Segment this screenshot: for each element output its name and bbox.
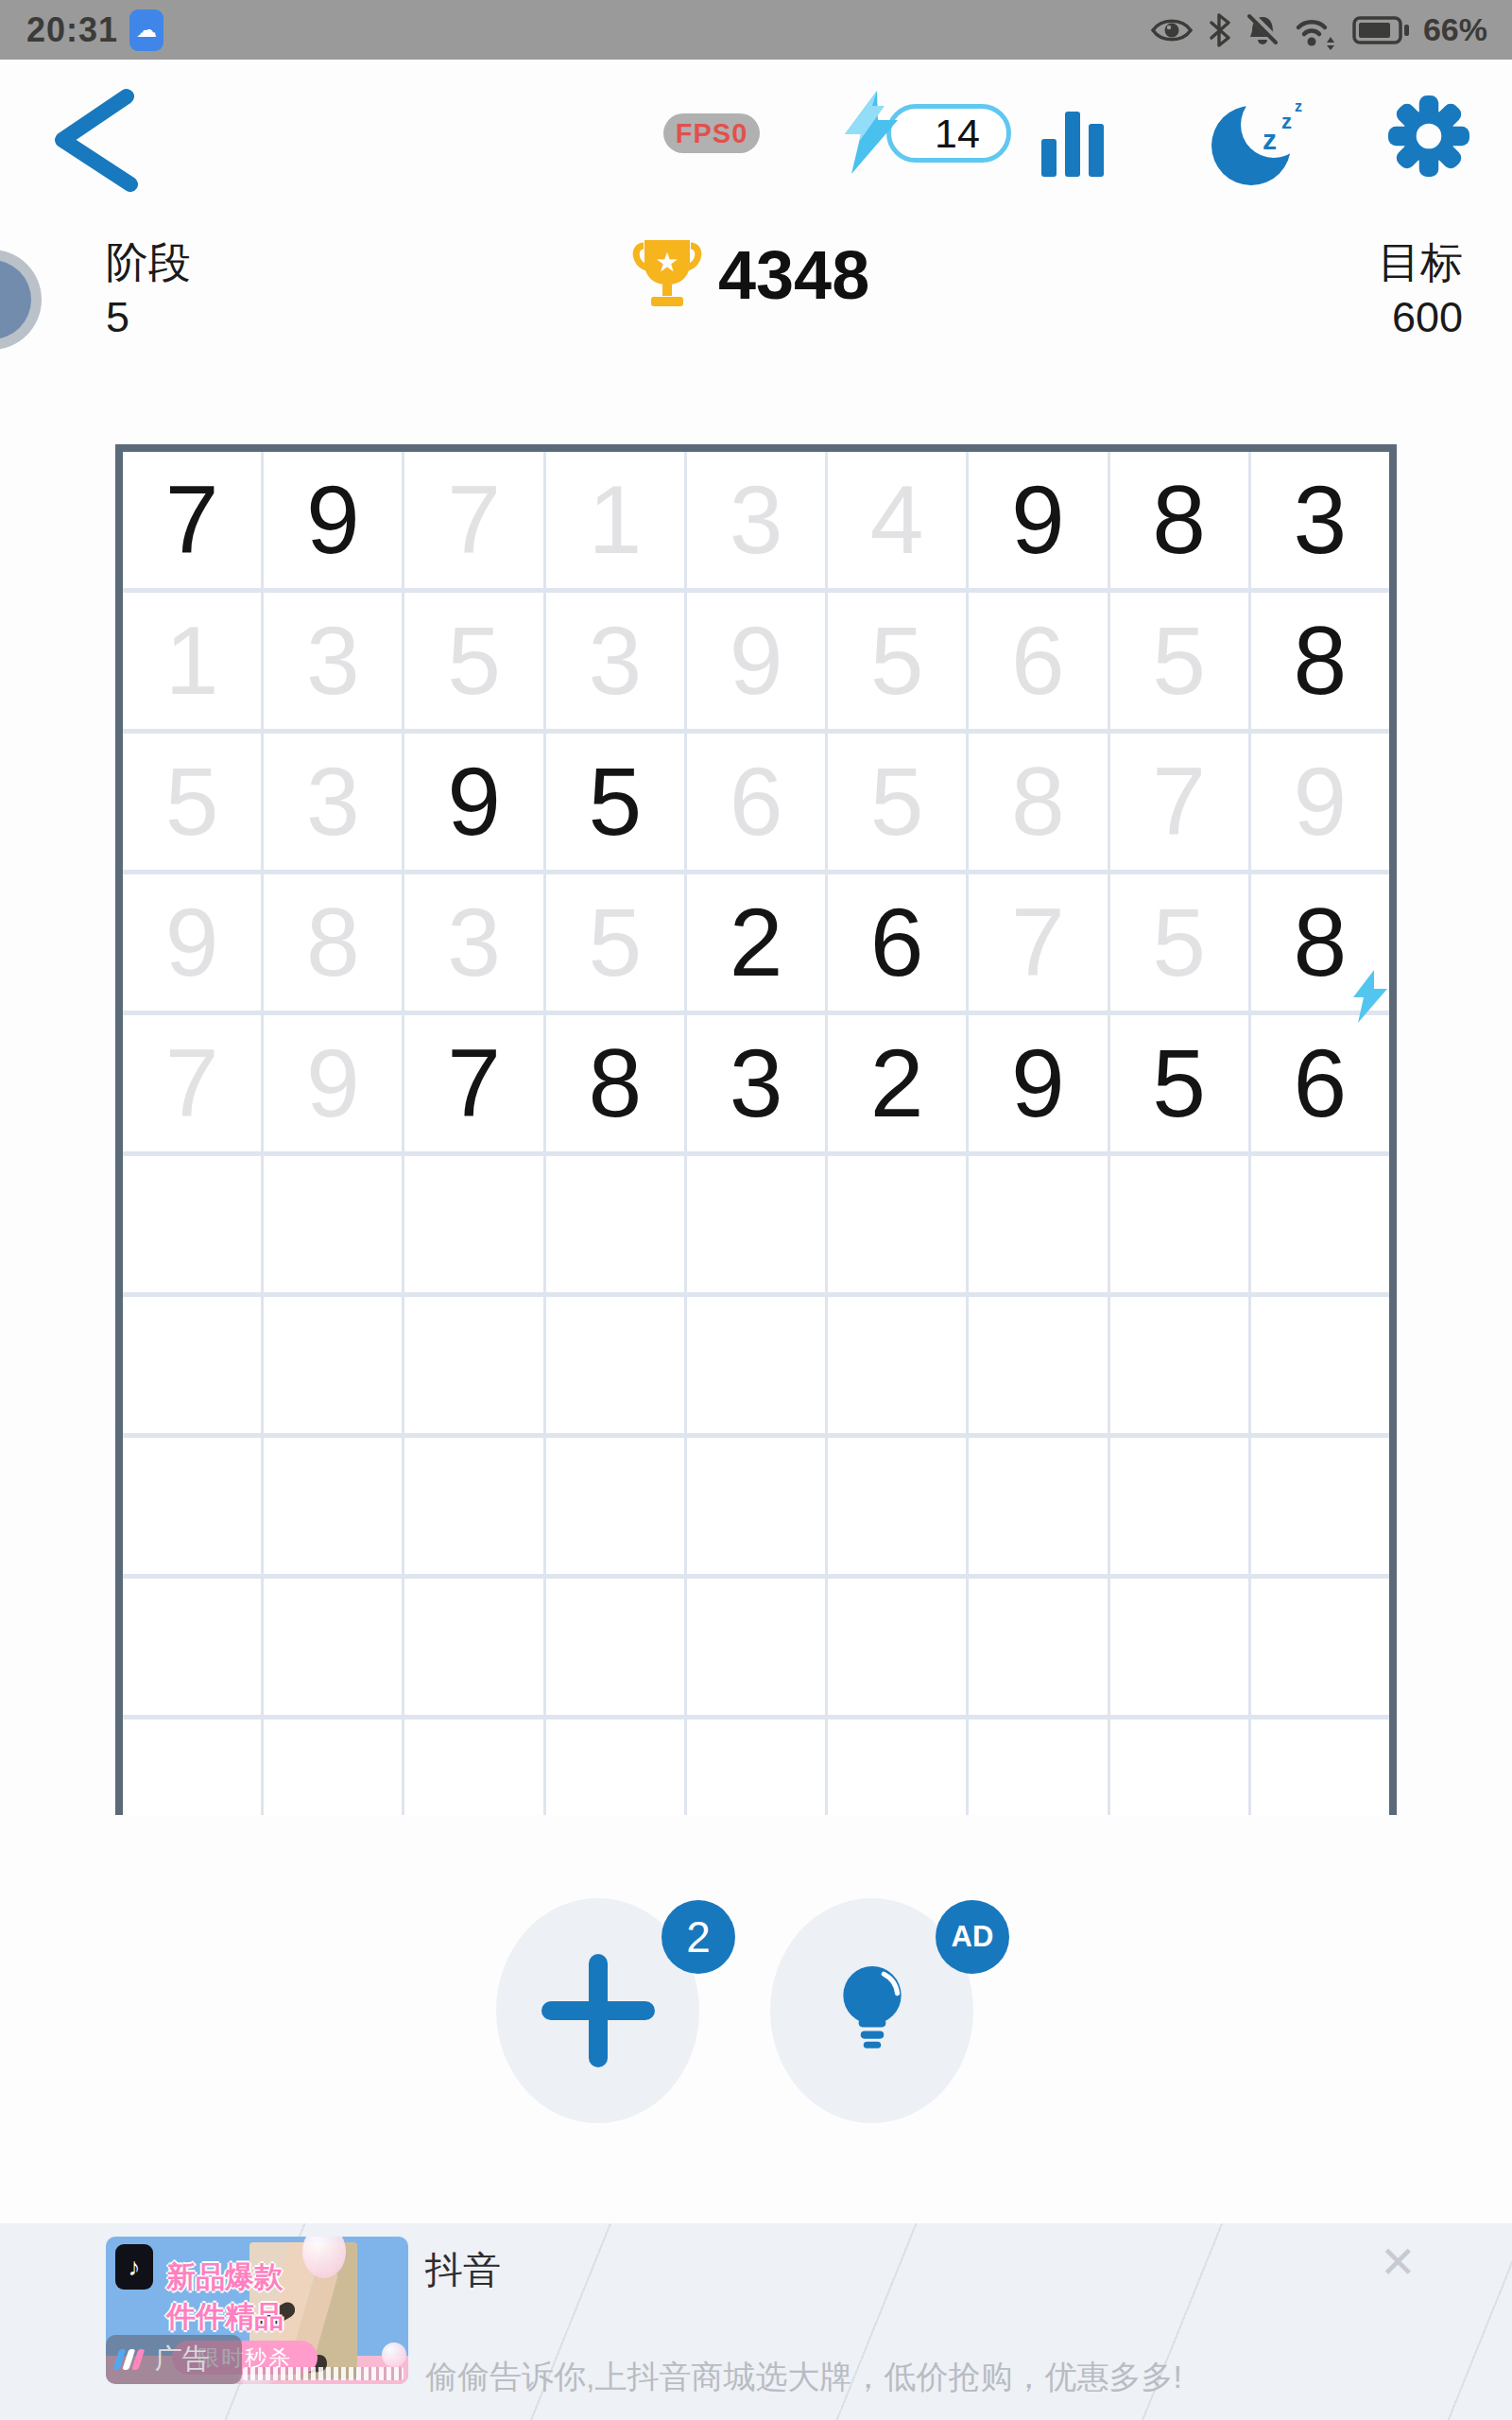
board-lightning-icon [1351,970,1389,1025]
grid-cell-r7c4 [546,1297,684,1433]
grid-cell-r6c8 [1110,1156,1248,1292]
wifi-icon [1293,10,1340,50]
game-screen: 20:31 ☁ [0,0,1512,2420]
grid-cell-r2c8[interactable]: 5 [1110,593,1248,729]
hint-ad-badge: AD [936,1900,1009,1974]
grid-cell-r3c7[interactable]: 8 [969,734,1107,870]
grid-cell-r4c2[interactable]: 8 [264,874,402,1011]
bluetooth-icon [1206,13,1232,47]
grid-cell-r5c4[interactable]: 8 [546,1015,684,1151]
ad-description: 偷偷告诉你,上抖音商城选大牌，低价抢购，优惠多多! [425,2356,1182,2399]
grid-cell-r3c1[interactable]: 5 [123,734,261,870]
grid-cell-r2c4[interactable]: 3 [546,593,684,729]
grid-cell-r8c5 [687,1438,825,1574]
grid-cell-r6c3 [404,1156,542,1292]
board: 7971349831353956585395658799835267587978… [115,444,1397,1815]
grid-cell-r7c8 [1110,1297,1248,1433]
plus-icon [537,1949,660,2072]
grid-cell-r8c8 [1110,1438,1248,1574]
grid-cell-r6c2 [264,1156,402,1292]
grid-cell-r2c1[interactable]: 1 [123,593,261,729]
grid-cell-r7c1 [123,1297,261,1433]
grid-cell-r10c1 [123,1720,261,1815]
target-label: 目标 [1378,234,1463,291]
grid-cell-r5c3[interactable]: 7 [404,1015,542,1151]
grid-cell-r1c2[interactable]: 9 [264,452,402,588]
stats-bar-chart-button[interactable] [1039,104,1106,178]
grid-cell-r2c2[interactable]: 3 [264,593,402,729]
energy-counter[interactable]: 14 [841,91,1044,181]
stage-value: 5 [106,293,129,342]
grid-cell-r1c5[interactable]: 3 [687,452,825,588]
grid-cell-r2c6[interactable]: 5 [828,593,966,729]
energy-count: 14 [935,111,980,157]
grid-cell-r1c4[interactable]: 1 [546,452,684,588]
grid-cell-r3c9[interactable]: 9 [1251,734,1389,870]
ad-creative-line2: 件件精品 [166,2297,283,2337]
grid-cell-r2c9[interactable]: 8 [1251,593,1389,729]
ad-brand-title: 抖音 [425,2244,501,2296]
settings-gear-button[interactable] [1387,95,1470,178]
grid-cell-r8c2 [264,1438,402,1574]
grid-cell-r8c1 [123,1438,261,1574]
grid-cell-r9c1 [123,1579,261,1715]
grid-cell-r3c5[interactable]: 6 [687,734,825,870]
grid-cell-r10c6 [828,1720,966,1815]
grid-cell-r8c4 [546,1438,684,1574]
status-right: 66% [1150,0,1487,60]
grid-cell-r6c6 [828,1156,966,1292]
eye-comfort-icon [1150,15,1194,45]
clock: 20:31 [26,10,118,50]
energy-pill: 14 [886,104,1011,163]
ad-banner[interactable]: ♪ 新品爆款 件件精品 限时秒杀 广告 抖音 偷偷告诉你,上抖音商城选大牌，低价… [0,2223,1512,2420]
grid-cell-r7c6 [828,1297,966,1433]
grid-cell-r5c6[interactable]: 2 [828,1015,966,1151]
grid-cell-r4c1[interactable]: 9 [123,874,261,1011]
grid-cell-r4c8[interactable]: 5 [1110,874,1248,1011]
svg-text:z: z [1281,110,1292,133]
grid-cell-r4c6[interactable]: 6 [828,874,966,1011]
add-tiles-count-badge: 2 [661,1900,735,1974]
grid-cell-r9c9 [1251,1579,1389,1715]
svg-text:z: z [1263,124,1277,155]
grid-cell-r8c7 [969,1438,1107,1574]
grid-cell-r3c8[interactable]: 7 [1110,734,1248,870]
grid-cell-r9c5 [687,1579,825,1715]
battery-percent: 66% [1423,11,1487,48]
grid-cell-r4c3[interactable]: 3 [404,874,542,1011]
grid-cell-r10c7 [969,1720,1107,1815]
svg-text:z: z [1295,98,1302,114]
grid-cell-r3c2[interactable]: 3 [264,734,402,870]
stage-label: 阶段 [106,234,191,291]
back-button[interactable] [47,87,138,193]
ad-tag: 广告 [106,2335,242,2384]
floating-bubble-inner [0,260,31,339]
grid-cell-r10c2 [264,1720,402,1815]
grid-cell-r3c6[interactable]: 5 [828,734,966,870]
grid-cell-r1c6[interactable]: 4 [828,452,966,588]
grid-cell-r9c8 [1110,1579,1248,1715]
grid-cell-r6c4 [546,1156,684,1292]
grid-cell-r7c2 [264,1297,402,1433]
grid-cell-r7c5 [687,1297,825,1433]
grid-cell-r9c7 [969,1579,1107,1715]
grid-cell-r1c7[interactable]: 9 [969,452,1107,588]
floating-assistive-bubble[interactable]: 22 [0,250,42,350]
grid-cell-r10c8 [1110,1720,1248,1815]
status-left: 20:31 ☁ [26,0,163,60]
grid-cell-r9c6 [828,1579,966,1715]
ad-bubble-decoration [382,2342,406,2367]
grid-cell-r7c7 [969,1297,1107,1433]
grid-cell-r9c4 [546,1579,684,1715]
grid-cell-r5c9[interactable]: 6 [1251,1015,1389,1151]
ad-creative-line1: 新品爆款 [166,2257,283,2297]
grid-cell-r8c3 [404,1438,542,1574]
grid-cell-r3c4[interactable]: 5 [546,734,684,870]
grid-cell-r4c5[interactable]: 2 [687,874,825,1011]
score-value: 4348 [718,236,869,314]
status-bar: 20:31 ☁ [0,0,1512,60]
grid-cell-r6c5 [687,1156,825,1292]
sleep-mode-button[interactable]: z z z [1210,89,1315,189]
ad-fineprint [243,2367,404,2380]
lightbulb-icon [829,1962,916,2060]
cloud-notification-icon: ☁ [129,9,163,51]
grid-cell-r10c5 [687,1720,825,1815]
grid-cell-r2c7[interactable]: 6 [969,593,1107,729]
ad-close-icon[interactable]: ✕ [1380,2237,1417,2288]
grid-cell-r8c6 [828,1438,966,1574]
trophy-icon: ★ [631,234,705,312]
number-grid: 7971349831353956585395658799835267587978… [123,452,1389,1815]
grid-cell-r8c9 [1251,1438,1389,1574]
grid-cell-r6c7 [969,1156,1107,1292]
grid-cell-r2c5[interactable]: 9 [687,593,825,729]
grid-cell-r5c7[interactable]: 9 [969,1015,1107,1151]
grid-cell-r7c3 [404,1297,542,1433]
grid-cell-r9c3 [404,1579,542,1715]
ad-tag-label: 广告 [155,2341,210,2378]
tiktok-logo-icon: ♪ [115,2244,153,2290]
grid-cell-r1c8[interactable]: 8 [1110,452,1248,588]
battery-icon [1352,14,1411,46]
ad-thumbnail[interactable]: ♪ 新品爆款 件件精品 限时秒杀 广告 [106,2237,408,2384]
grid-cell-r10c9 [1251,1720,1389,1815]
grid-cell-r5c8[interactable]: 5 [1110,1015,1248,1151]
bell-muted-icon [1245,12,1280,48]
grid-cell-r1c1[interactable]: 7 [123,452,261,588]
grid-cell-r7c9 [1251,1297,1389,1433]
fps-badge: FPS0 [663,113,760,153]
svg-text:★: ★ [655,248,679,277]
grid-cell-r4c4[interactable]: 5 [546,874,684,1011]
ad-network-logo-icon [113,2344,147,2375]
grid-cell-r1c9[interactable]: 3 [1251,452,1389,588]
grid-cell-r1c3[interactable]: 7 [404,452,542,588]
grid-cell-r10c4 [546,1720,684,1815]
grid-cell-r9c2 [264,1579,402,1715]
grid-cell-r2c3[interactable]: 5 [404,593,542,729]
target-value: 600 [1392,293,1463,342]
grid-cell-r5c5[interactable]: 3 [687,1015,825,1151]
grid-cell-r5c1[interactable]: 7 [123,1015,261,1151]
grid-cell-r10c3 [404,1720,542,1815]
grid-cell-r3c3[interactable]: 9 [404,734,542,870]
grid-cell-r4c7[interactable]: 7 [969,874,1107,1011]
lightning-icon [841,91,903,178]
grid-cell-r6c1 [123,1156,261,1292]
grid-cell-r6c9 [1251,1156,1389,1292]
grid-cell-r5c2[interactable]: 9 [264,1015,402,1151]
